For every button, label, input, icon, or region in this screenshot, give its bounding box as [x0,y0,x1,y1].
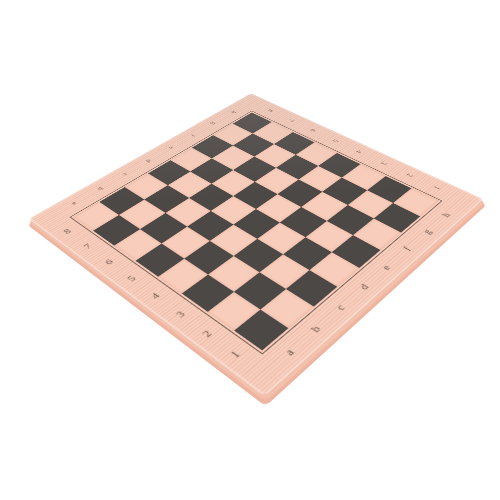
chess-board-wrap: abcdefgh 87654321 87654321 abcdefgh [29,93,484,396]
product-photo-stage: abcdefgh 87654321 87654321 abcdefgh [0,0,500,500]
chess-board: abcdefgh 87654321 87654321 abcdefgh [29,93,484,396]
playing-area-frame [70,111,443,355]
board-grid [74,113,439,351]
